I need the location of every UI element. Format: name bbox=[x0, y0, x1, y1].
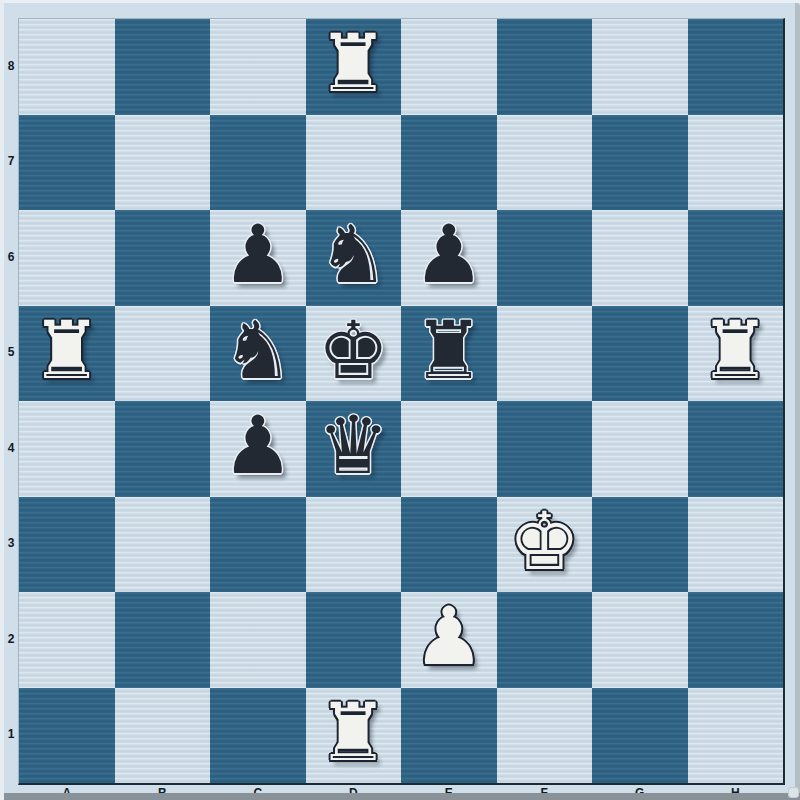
square-f2[interactable] bbox=[497, 592, 593, 688]
square-e1[interactable] bbox=[401, 688, 497, 784]
square-b2[interactable] bbox=[115, 592, 211, 688]
square-c6[interactable]: ♟ bbox=[210, 210, 306, 306]
piece-white-rook[interactable]: ♜ bbox=[31, 303, 103, 398]
piece-black-knight[interactable]: ♞ bbox=[317, 207, 389, 302]
square-d2[interactable] bbox=[306, 592, 402, 688]
square-g5[interactable] bbox=[592, 306, 688, 402]
square-d6[interactable]: ♞ bbox=[306, 210, 402, 306]
rank-label-6: 6 bbox=[4, 209, 18, 305]
square-d8[interactable]: ♜ bbox=[306, 19, 402, 115]
square-f1[interactable] bbox=[497, 688, 593, 784]
square-e8[interactable] bbox=[401, 19, 497, 115]
square-d5[interactable]: ♚ bbox=[306, 306, 402, 402]
square-b3[interactable] bbox=[115, 497, 211, 593]
square-g3[interactable] bbox=[592, 497, 688, 593]
square-g4[interactable] bbox=[592, 401, 688, 497]
square-h2[interactable] bbox=[688, 592, 784, 688]
square-h3[interactable] bbox=[688, 497, 784, 593]
board-panel: ♜♟♞♟♜♞♚♜♜♟♛♚♟♜ 87654321 ABCDEFGH bbox=[0, 0, 800, 800]
rank-label-5: 5 bbox=[4, 305, 18, 401]
square-a8[interactable] bbox=[19, 19, 115, 115]
square-g8[interactable] bbox=[592, 19, 688, 115]
square-a3[interactable] bbox=[19, 497, 115, 593]
piece-black-queen[interactable]: ♛ bbox=[317, 398, 389, 493]
square-a1[interactable] bbox=[19, 688, 115, 784]
rank-label-8: 8 bbox=[4, 18, 18, 114]
square-b7[interactable] bbox=[115, 115, 211, 211]
square-c2[interactable] bbox=[210, 592, 306, 688]
square-c3[interactable] bbox=[210, 497, 306, 593]
square-h4[interactable] bbox=[688, 401, 784, 497]
piece-black-pawn[interactable]: ♟ bbox=[413, 207, 485, 302]
square-a6[interactable] bbox=[19, 210, 115, 306]
square-h7[interactable] bbox=[688, 115, 784, 211]
corner-resize-dot bbox=[788, 787, 799, 798]
square-a7[interactable] bbox=[19, 115, 115, 211]
square-e4[interactable] bbox=[401, 401, 497, 497]
square-e5[interactable]: ♜ bbox=[401, 306, 497, 402]
square-d1[interactable]: ♜ bbox=[306, 688, 402, 784]
square-h1[interactable] bbox=[688, 688, 784, 784]
piece-black-knight[interactable]: ♞ bbox=[222, 303, 294, 398]
square-c5[interactable]: ♞ bbox=[210, 306, 306, 402]
panel-bottom-shadow bbox=[4, 793, 800, 800]
rank-label-3: 3 bbox=[4, 496, 18, 592]
square-e6[interactable]: ♟ bbox=[401, 210, 497, 306]
rank-label-7: 7 bbox=[4, 114, 18, 210]
square-b4[interactable] bbox=[115, 401, 211, 497]
rank-label-4: 4 bbox=[4, 400, 18, 496]
piece-black-rook[interactable]: ♜ bbox=[413, 303, 485, 398]
piece-white-pawn[interactable]: ♟ bbox=[413, 589, 485, 684]
piece-white-rook[interactable]: ♜ bbox=[317, 685, 389, 780]
square-c8[interactable] bbox=[210, 19, 306, 115]
square-f3[interactable]: ♚ bbox=[497, 497, 593, 593]
piece-white-rook[interactable]: ♜ bbox=[699, 303, 771, 398]
piece-black-pawn[interactable]: ♟ bbox=[222, 398, 294, 493]
square-g7[interactable] bbox=[592, 115, 688, 211]
square-d4[interactable]: ♛ bbox=[306, 401, 402, 497]
rank-label-2: 2 bbox=[4, 591, 18, 687]
square-f6[interactable] bbox=[497, 210, 593, 306]
rank-label-1: 1 bbox=[4, 687, 18, 783]
square-f8[interactable] bbox=[497, 19, 593, 115]
square-e2[interactable]: ♟ bbox=[401, 592, 497, 688]
piece-black-king[interactable]: ♚ bbox=[317, 303, 389, 398]
square-g2[interactable] bbox=[592, 592, 688, 688]
square-g1[interactable] bbox=[592, 688, 688, 784]
panel-right-shadow bbox=[795, 3, 800, 799]
square-h5[interactable]: ♜ bbox=[688, 306, 784, 402]
square-h8[interactable] bbox=[688, 19, 784, 115]
square-a2[interactable] bbox=[19, 592, 115, 688]
square-c1[interactable] bbox=[210, 688, 306, 784]
square-g6[interactable] bbox=[592, 210, 688, 306]
square-b8[interactable] bbox=[115, 19, 211, 115]
square-f7[interactable] bbox=[497, 115, 593, 211]
piece-white-rook[interactable]: ♜ bbox=[317, 16, 389, 111]
square-e3[interactable] bbox=[401, 497, 497, 593]
square-c4[interactable]: ♟ bbox=[210, 401, 306, 497]
square-f4[interactable] bbox=[497, 401, 593, 497]
square-b1[interactable] bbox=[115, 688, 211, 784]
square-e7[interactable] bbox=[401, 115, 497, 211]
square-d3[interactable] bbox=[306, 497, 402, 593]
square-c7[interactable] bbox=[210, 115, 306, 211]
piece-white-king[interactable]: ♚ bbox=[508, 494, 580, 589]
square-d7[interactable] bbox=[306, 115, 402, 211]
square-a5[interactable]: ♜ bbox=[19, 306, 115, 402]
square-a4[interactable] bbox=[19, 401, 115, 497]
square-f5[interactable] bbox=[497, 306, 593, 402]
square-b5[interactable] bbox=[115, 306, 211, 402]
square-h6[interactable] bbox=[688, 210, 784, 306]
chess-board: ♜♟♞♟♜♞♚♜♜♟♛♚♟♜ bbox=[18, 18, 785, 785]
piece-black-pawn[interactable]: ♟ bbox=[222, 207, 294, 302]
square-b6[interactable] bbox=[115, 210, 211, 306]
